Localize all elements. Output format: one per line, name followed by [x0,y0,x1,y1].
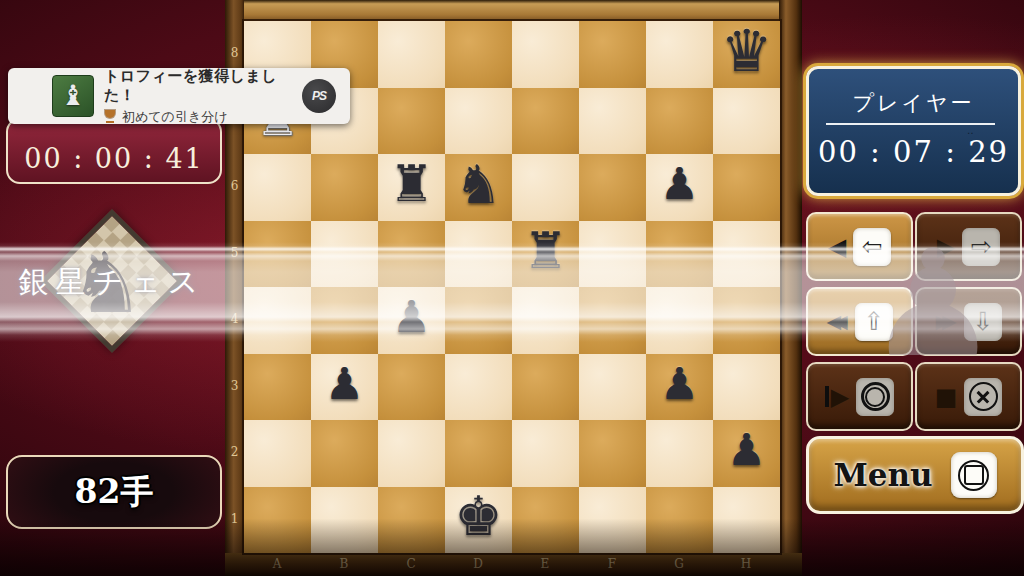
file-label-f: F [608,557,617,571]
square-h8[interactable]: ♛ [713,21,780,88]
square-f1[interactable] [579,487,646,554]
square-g3[interactable]: ♟ [646,354,713,421]
up-arrow-key-icon: ⇧ [855,303,893,341]
square-h2[interactable]: ♟ [713,420,780,487]
square-g6[interactable]: ♟ [646,154,713,221]
file-label-a: A [273,557,283,571]
board-frame-bottom [225,553,802,576]
square-g4[interactable] [646,287,713,354]
notification-title: トロフィーを獲得しました！ [104,67,294,105]
game-logo: ♞ 銀星チェス [0,218,230,368]
rank-label-8: 8 [225,46,244,60]
square-b5[interactable] [311,221,378,288]
file-label-e: E [541,557,551,571]
step-back-icon: ◀ [828,235,846,259]
square-c6[interactable]: ♜ [378,154,445,221]
square-c4[interactable]: ♟ [378,287,445,354]
square-a5[interactable] [244,221,311,288]
square-e8[interactable] [512,21,579,88]
square-h3[interactable] [713,354,780,421]
down-arrow-key-icon: ⇩ [964,303,1002,341]
rank-label-6: 6 [225,179,244,193]
square-a1[interactable] [244,487,311,554]
square-h6[interactable] [713,154,780,221]
piece-black-knight-d6[interactable]: ♞ [455,158,503,211]
piece-black-rook-e5[interactable]: ♜ [523,226,568,276]
square-f2[interactable] [579,420,646,487]
left-arrow-key-icon: ⇦ [853,228,891,266]
file-label-h: H [741,557,752,571]
move-counter: 82手 [6,455,222,529]
square-d5[interactable] [445,221,512,288]
square-b4[interactable] [311,287,378,354]
cross-button-icon [964,378,1002,416]
file-label-g: G [674,557,685,571]
square-c2[interactable] [378,420,445,487]
square-f7[interactable] [579,88,646,155]
player-clock-panel: プレイヤー ‥ 00 : 07 : 29 [806,66,1021,196]
square-e3[interactable] [512,354,579,421]
piece-black-pawn-h2[interactable]: ♟ [727,428,766,472]
square-c1[interactable] [378,487,445,554]
square-a3[interactable] [244,354,311,421]
game-screen: ♛♜♜♞♟♜♟♟♟♟♚ 87654321 ABCDEFGH ♝ トロフィーを獲得… [0,0,1024,576]
square-a2[interactable] [244,420,311,487]
square-g7[interactable] [646,88,713,155]
rank-label-2: 2 [225,445,244,459]
file-label-d: D [473,557,484,571]
piece-black-rook-c6[interactable]: ♜ [389,159,434,209]
fast-forward-icon: ▶▶ [935,312,956,331]
square-f4[interactable] [579,287,646,354]
square-f3[interactable] [579,354,646,421]
square-h4[interactable] [713,287,780,354]
piece-black-pawn-c4[interactable]: ♟ [392,295,431,339]
logo-title: 銀星チェス [6,262,218,303]
square-e5[interactable]: ♜ [512,221,579,288]
square-h1[interactable] [713,487,780,554]
square-e4[interactable] [512,287,579,354]
square-d3[interactable] [445,354,512,421]
square-b2[interactable] [311,420,378,487]
square-g1[interactable] [646,487,713,554]
play-step-icon: ▶ [825,385,849,409]
rewind-button[interactable]: ◀◀ ⇧ [806,287,913,356]
trophy-notification: ♝ トロフィーを獲得しました！ 初めての引き分け PS [8,68,350,124]
game-app-icon: ♝ [52,75,94,117]
square-a4[interactable] [244,287,311,354]
piece-black-king-d1[interactable]: ♚ [454,490,502,544]
square-d1[interactable]: ♚ [445,487,512,554]
opponent-clock: 00 : 00 : 41 [6,118,222,184]
square-f6[interactable] [579,154,646,221]
player-label: プレイヤー [809,89,1018,117]
square-d4[interactable] [445,287,512,354]
square-g2[interactable] [646,420,713,487]
menu-label: Menu [833,457,932,493]
right-arrow-key-icon: ⇨ [962,228,1000,266]
square-h5[interactable] [713,221,780,288]
stop-button[interactable]: ■ [915,362,1022,431]
menu-button[interactable]: Menu [806,436,1024,514]
fast-forward-button[interactable]: ▶▶ ⇩ [915,287,1022,356]
rank-label-1: 1 [225,512,244,526]
opponent-time: 00 : 00 : 41 [24,143,204,174]
stop-icon: ■ [935,385,958,409]
bishop-icon: ♝ [60,82,85,110]
file-label-c: C [406,557,416,571]
piece-black-pawn-b3[interactable]: ♟ [325,362,364,406]
trophy-icon [104,110,116,123]
square-e6[interactable] [512,154,579,221]
square-c8[interactable] [378,21,445,88]
square-h7[interactable] [713,88,780,155]
square-d2[interactable] [445,420,512,487]
circle-button-icon [856,378,894,416]
piece-black-pawn-g6[interactable]: ♟ [660,162,699,206]
square-f8[interactable] [579,21,646,88]
square-d8[interactable] [445,21,512,88]
piece-black-pawn-g3[interactable]: ♟ [660,362,699,406]
square-e7[interactable] [512,88,579,155]
player-time: 00 : 07 : 29 [809,135,1018,169]
file-label-b: B [340,557,350,571]
square-g8[interactable] [646,21,713,88]
square-a6[interactable] [244,154,311,221]
square-c3[interactable] [378,354,445,421]
step-forward-button[interactable]: ▶ ⇨ [915,212,1022,281]
step-back-button[interactable]: ◀ ⇦ [806,212,913,281]
square-d7[interactable] [445,88,512,155]
square-g5[interactable] [646,221,713,288]
square-b6[interactable] [311,154,378,221]
square-d6[interactable]: ♞ [445,154,512,221]
playstation-logo-icon: PS [302,79,336,113]
move-count-value: 82手 [75,470,154,515]
board-frame-top [225,0,802,23]
square-b3[interactable]: ♟ [311,354,378,421]
square-b1[interactable] [311,487,378,554]
square-button-icon [951,452,997,498]
square-c5[interactable] [378,221,445,288]
board-frame-right [779,0,802,576]
play-button[interactable]: ▶ [806,362,913,431]
square-e1[interactable] [512,487,579,554]
square-e2[interactable] [512,420,579,487]
piece-black-queen-h8[interactable]: ♛ [721,22,773,80]
rank-label-3: 3 [225,379,244,393]
step-forward-icon: ▶ [937,235,955,259]
square-c7[interactable] [378,88,445,155]
rewind-icon: ◀◀ [826,312,847,331]
square-f5[interactable] [579,221,646,288]
trophy-name: 初めての引き分け [122,108,228,126]
